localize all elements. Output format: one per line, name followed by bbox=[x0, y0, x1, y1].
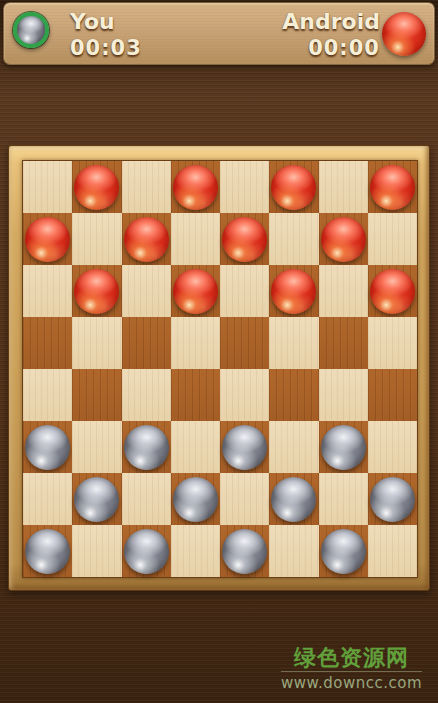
square-a2[interactable] bbox=[23, 473, 72, 525]
silver-piece[interactable] bbox=[124, 529, 169, 574]
red-piece[interactable] bbox=[173, 165, 218, 210]
square-f5[interactable] bbox=[269, 317, 318, 369]
player-you-info: You 00:03 bbox=[70, 8, 142, 62]
red-piece[interactable] bbox=[74, 165, 119, 210]
square-h8[interactable] bbox=[368, 161, 417, 213]
watermark-site-url: www.downcc.com bbox=[281, 671, 422, 692]
red-piece[interactable] bbox=[271, 165, 316, 210]
square-d2[interactable] bbox=[171, 473, 220, 525]
square-c8[interactable] bbox=[122, 161, 171, 213]
square-f4[interactable] bbox=[269, 369, 318, 421]
square-f6[interactable] bbox=[269, 265, 318, 317]
square-a4[interactable] bbox=[23, 369, 72, 421]
board-grid bbox=[22, 160, 418, 578]
square-h3[interactable] bbox=[368, 421, 417, 473]
square-a1[interactable] bbox=[23, 525, 72, 577]
square-f7[interactable] bbox=[269, 213, 318, 265]
square-h5[interactable] bbox=[368, 317, 417, 369]
player-you-name: You bbox=[70, 8, 142, 35]
silver-piece[interactable] bbox=[321, 529, 366, 574]
square-b5[interactable] bbox=[72, 317, 121, 369]
checkers-board bbox=[8, 145, 430, 591]
square-h6[interactable] bbox=[368, 265, 417, 317]
square-d8[interactable] bbox=[171, 161, 220, 213]
square-e4[interactable] bbox=[220, 369, 269, 421]
red-piece[interactable] bbox=[173, 269, 218, 314]
silver-piece[interactable] bbox=[370, 477, 415, 522]
player-android-clock: 00:00 bbox=[282, 35, 380, 62]
square-f3[interactable] bbox=[269, 421, 318, 473]
square-g4[interactable] bbox=[319, 369, 368, 421]
red-piece[interactable] bbox=[321, 217, 366, 262]
player-android-name: Android bbox=[282, 8, 380, 35]
silver-piece[interactable] bbox=[173, 477, 218, 522]
square-f2[interactable] bbox=[269, 473, 318, 525]
watermark-site-name: 绿色资源网 bbox=[281, 647, 422, 669]
square-g8[interactable] bbox=[319, 161, 368, 213]
square-c6[interactable] bbox=[122, 265, 171, 317]
square-g1[interactable] bbox=[319, 525, 368, 577]
silver-piece[interactable] bbox=[25, 425, 70, 470]
square-e1[interactable] bbox=[220, 525, 269, 577]
square-d5[interactable] bbox=[171, 317, 220, 369]
red-piece[interactable] bbox=[25, 217, 70, 262]
square-c7[interactable] bbox=[122, 213, 171, 265]
player-android-ball-icon bbox=[382, 12, 426, 56]
square-g5[interactable] bbox=[319, 317, 368, 369]
square-g6[interactable] bbox=[319, 265, 368, 317]
square-b7[interactable] bbox=[72, 213, 121, 265]
player-you-ball-icon bbox=[13, 12, 49, 48]
square-a5[interactable] bbox=[23, 317, 72, 369]
square-a6[interactable] bbox=[23, 265, 72, 317]
square-d7[interactable] bbox=[171, 213, 220, 265]
silver-piece[interactable] bbox=[321, 425, 366, 470]
square-e5[interactable] bbox=[220, 317, 269, 369]
square-c4[interactable] bbox=[122, 369, 171, 421]
red-piece[interactable] bbox=[124, 217, 169, 262]
square-c1[interactable] bbox=[122, 525, 171, 577]
watermark: 绿色资源网 www.downcc.com bbox=[281, 647, 422, 692]
square-h7[interactable] bbox=[368, 213, 417, 265]
square-h4[interactable] bbox=[368, 369, 417, 421]
silver-piece[interactable] bbox=[222, 425, 267, 470]
red-piece[interactable] bbox=[370, 165, 415, 210]
square-f1[interactable] bbox=[269, 525, 318, 577]
square-d6[interactable] bbox=[171, 265, 220, 317]
square-b1[interactable] bbox=[72, 525, 121, 577]
square-c5[interactable] bbox=[122, 317, 171, 369]
square-b2[interactable] bbox=[72, 473, 121, 525]
silver-piece[interactable] bbox=[74, 477, 119, 522]
square-c2[interactable] bbox=[122, 473, 171, 525]
square-g3[interactable] bbox=[319, 421, 368, 473]
square-b4[interactable] bbox=[72, 369, 121, 421]
square-h1[interactable] bbox=[368, 525, 417, 577]
square-d1[interactable] bbox=[171, 525, 220, 577]
square-c3[interactable] bbox=[122, 421, 171, 473]
square-b3[interactable] bbox=[72, 421, 121, 473]
square-e2[interactable] bbox=[220, 473, 269, 525]
silver-piece[interactable] bbox=[271, 477, 316, 522]
square-f8[interactable] bbox=[269, 161, 318, 213]
square-d3[interactable] bbox=[171, 421, 220, 473]
header-bar: You 00:03 Android 00:00 bbox=[3, 2, 435, 65]
square-a3[interactable] bbox=[23, 421, 72, 473]
silver-piece[interactable] bbox=[124, 425, 169, 470]
square-e8[interactable] bbox=[220, 161, 269, 213]
square-g2[interactable] bbox=[319, 473, 368, 525]
square-e6[interactable] bbox=[220, 265, 269, 317]
square-a7[interactable] bbox=[23, 213, 72, 265]
red-piece[interactable] bbox=[370, 269, 415, 314]
player-you-clock: 00:03 bbox=[70, 35, 142, 62]
square-e7[interactable] bbox=[220, 213, 269, 265]
square-a8[interactable] bbox=[23, 161, 72, 213]
square-e3[interactable] bbox=[220, 421, 269, 473]
red-piece[interactable] bbox=[74, 269, 119, 314]
player-android-info: Android 00:00 bbox=[282, 8, 380, 62]
silver-piece[interactable] bbox=[25, 529, 70, 574]
square-b8[interactable] bbox=[72, 161, 121, 213]
square-d4[interactable] bbox=[171, 369, 220, 421]
square-g7[interactable] bbox=[319, 213, 368, 265]
red-piece[interactable] bbox=[271, 269, 316, 314]
game-screen: You 00:03 Android 00:00 绿色资源网 www.downcc… bbox=[0, 0, 438, 703]
square-b6[interactable] bbox=[72, 265, 121, 317]
red-piece[interactable] bbox=[222, 217, 267, 262]
square-h2[interactable] bbox=[368, 473, 417, 525]
silver-piece[interactable] bbox=[222, 529, 267, 574]
